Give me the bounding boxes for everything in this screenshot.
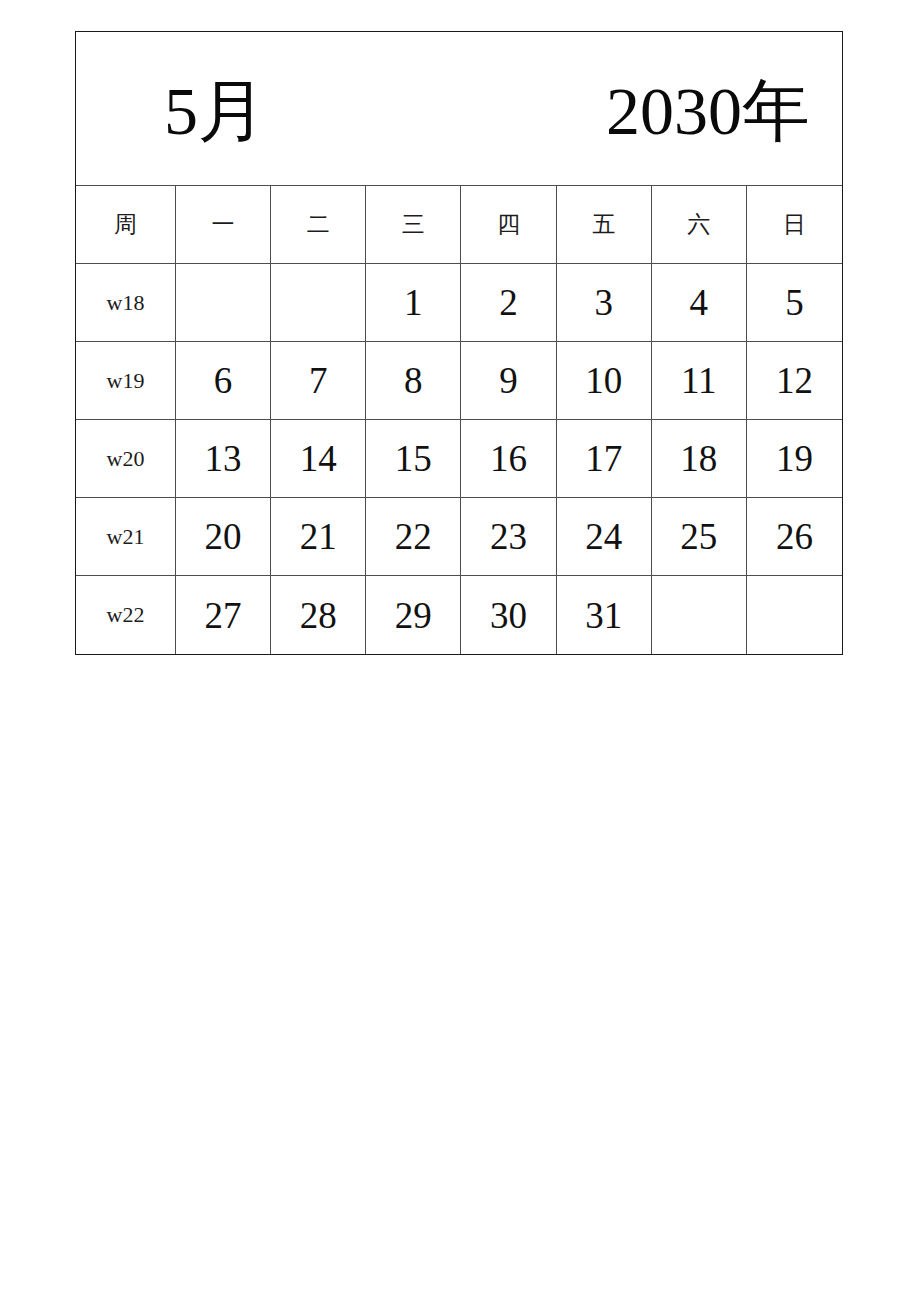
day-cell: 7 <box>271 342 366 420</box>
day-cell: 26 <box>747 498 842 576</box>
day-cell: 20 <box>176 498 271 576</box>
week-label: w20 <box>76 420 176 498</box>
weekday-header-thu: 四 <box>461 186 556 264</box>
week-label: w21 <box>76 498 176 576</box>
day-cell <box>176 264 271 342</box>
weekday-header-week: 周 <box>76 186 176 264</box>
day-cell: 19 <box>747 420 842 498</box>
day-cell: 10 <box>557 342 652 420</box>
day-cell: 25 <box>652 498 747 576</box>
week-label: w19 <box>76 342 176 420</box>
calendar-grid: 周 一 二 三 四 五 六 日 w18 1 2 3 4 5 w19 6 7 8 … <box>76 186 842 654</box>
day-cell: 31 <box>557 576 652 654</box>
day-cell: 1 <box>366 264 461 342</box>
day-cell: 27 <box>176 576 271 654</box>
title-row: 5月 2030年 <box>76 32 842 186</box>
weekday-header-tue: 二 <box>271 186 366 264</box>
day-cell <box>747 576 842 654</box>
day-cell <box>652 576 747 654</box>
weekday-header-mon: 一 <box>176 186 271 264</box>
day-cell: 9 <box>461 342 556 420</box>
day-cell: 8 <box>366 342 461 420</box>
week-label: w18 <box>76 264 176 342</box>
weekday-header-sat: 六 <box>652 186 747 264</box>
day-cell: 18 <box>652 420 747 498</box>
month-title: 5月 <box>164 66 266 157</box>
year-title: 2030年 <box>606 66 810 157</box>
day-cell: 4 <box>652 264 747 342</box>
calendar-page: 5月 2030年 周 一 二 三 四 五 六 日 w18 1 2 3 4 5 w… <box>0 0 920 1302</box>
day-cell: 2 <box>461 264 556 342</box>
day-cell: 17 <box>557 420 652 498</box>
day-cell: 24 <box>557 498 652 576</box>
day-cell: 21 <box>271 498 366 576</box>
day-cell: 6 <box>176 342 271 420</box>
week-label: w22 <box>76 576 176 654</box>
day-cell: 22 <box>366 498 461 576</box>
day-cell: 5 <box>747 264 842 342</box>
day-cell: 11 <box>652 342 747 420</box>
day-cell <box>271 264 366 342</box>
day-cell: 29 <box>366 576 461 654</box>
day-cell: 15 <box>366 420 461 498</box>
calendar-table: 5月 2030年 周 一 二 三 四 五 六 日 w18 1 2 3 4 5 w… <box>75 31 843 655</box>
weekday-header-fri: 五 <box>557 186 652 264</box>
day-cell: 28 <box>271 576 366 654</box>
weekday-header-sun: 日 <box>747 186 842 264</box>
day-cell: 12 <box>747 342 842 420</box>
day-cell: 30 <box>461 576 556 654</box>
day-cell: 3 <box>557 264 652 342</box>
day-cell: 14 <box>271 420 366 498</box>
day-cell: 16 <box>461 420 556 498</box>
day-cell: 23 <box>461 498 556 576</box>
weekday-header-wed: 三 <box>366 186 461 264</box>
day-cell: 13 <box>176 420 271 498</box>
